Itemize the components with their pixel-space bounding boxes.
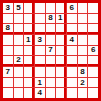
cell-r4c4-given-3[interactable]: 3 (35, 35, 45, 45)
cell-r4c5-empty[interactable] (46, 35, 56, 45)
cell-r1c8-empty[interactable] (78, 3, 88, 13)
cell-r4c6-empty[interactable] (56, 35, 66, 45)
cell-r5c1-empty[interactable] (3, 46, 13, 56)
cell-r9c7-empty[interactable] (67, 88, 77, 98)
cell-r9c8-empty[interactable] (78, 88, 88, 98)
cell-r4c3-given-1[interactable]: 1 (24, 35, 34, 45)
cell-r6c9-empty[interactable] (88, 56, 98, 66)
cell-r8c1-empty[interactable] (3, 78, 13, 88)
sudoku-board: 35681813476278124 (0, 0, 101, 101)
cell-r6c6-empty[interactable] (56, 56, 66, 66)
cell-r9c2-empty[interactable] (14, 88, 24, 98)
cell-r8c2-empty[interactable] (14, 78, 24, 88)
cell-r8c8-given-2[interactable]: 2 (78, 78, 88, 88)
cell-r7c5-empty[interactable] (46, 67, 56, 77)
cell-r2c8-empty[interactable] (78, 14, 88, 24)
cell-r7c1-given-7[interactable]: 7 (3, 67, 13, 77)
cell-r5c8-empty[interactable] (78, 46, 88, 56)
cell-r1c9-empty[interactable] (88, 3, 98, 13)
cell-r4c7-given-4[interactable]: 4 (67, 35, 77, 45)
cell-r3c4-empty[interactable] (35, 24, 45, 34)
cell-r4c1-empty[interactable] (3, 35, 13, 45)
cell-r5c3-empty[interactable] (24, 46, 34, 56)
cell-r6c8-empty[interactable] (78, 56, 88, 66)
cell-r5c4-empty[interactable] (35, 46, 45, 56)
cell-r3c5-empty[interactable] (46, 24, 56, 34)
cell-r9c5-empty[interactable] (46, 88, 56, 98)
cell-r1c4-empty[interactable] (35, 3, 45, 13)
cell-r4c9-empty[interactable] (88, 35, 98, 45)
cell-r2c1-empty[interactable] (3, 14, 13, 24)
cell-r2c4-empty[interactable] (35, 14, 45, 24)
cell-r5c6-empty[interactable] (56, 46, 66, 56)
cell-r8c5-empty[interactable] (46, 78, 56, 88)
cell-r5c9-given-6[interactable]: 6 (88, 46, 98, 56)
cell-r5c2-empty[interactable] (14, 46, 24, 56)
cell-r1c3-empty[interactable] (24, 3, 34, 13)
cell-r2c7-empty[interactable] (67, 14, 77, 24)
cell-r4c8-empty[interactable] (78, 35, 88, 45)
cell-r4c2-empty[interactable] (14, 35, 24, 45)
cell-r3c1-given-8[interactable]: 8 (3, 24, 13, 34)
cell-r2c6-given-1[interactable]: 1 (56, 14, 66, 24)
cell-r3c9-empty[interactable] (88, 24, 98, 34)
cell-r2c3-empty[interactable] (24, 14, 34, 24)
cell-r1c2-given-5[interactable]: 5 (14, 3, 24, 13)
cell-r6c4-empty[interactable] (35, 56, 45, 66)
cell-r9c1-empty[interactable] (3, 88, 13, 98)
cell-r6c7-empty[interactable] (67, 56, 77, 66)
cell-r9c9-empty[interactable] (88, 88, 98, 98)
cell-r2c9-empty[interactable] (88, 14, 98, 24)
cell-r3c2-empty[interactable] (14, 24, 24, 34)
cell-r3c6-empty[interactable] (56, 24, 66, 34)
cell-r5c7-empty[interactable] (67, 46, 77, 56)
cell-r7c8-given-8[interactable]: 8 (78, 67, 88, 77)
cell-r6c3-empty[interactable] (24, 56, 34, 66)
cell-r2c2-empty[interactable] (14, 14, 24, 24)
cell-r6c2-given-2[interactable]: 2 (14, 56, 24, 66)
cell-r9c4-given-4[interactable]: 4 (35, 88, 45, 98)
cell-r6c5-empty[interactable] (46, 56, 56, 66)
cell-r6c1-empty[interactable] (3, 56, 13, 66)
cell-r1c1-given-3[interactable]: 3 (3, 3, 13, 13)
cell-r5c5-given-7[interactable]: 7 (46, 46, 56, 56)
cell-r7c7-empty[interactable] (67, 67, 77, 77)
cell-r2c5-given-8[interactable]: 8 (46, 14, 56, 24)
cell-r9c6-empty[interactable] (56, 88, 66, 98)
cell-r9c3-empty[interactable] (24, 88, 34, 98)
cell-r7c2-empty[interactable] (14, 67, 24, 77)
cell-r8c9-empty[interactable] (88, 78, 98, 88)
cell-r3c8-empty[interactable] (78, 24, 88, 34)
cell-r1c5-empty[interactable] (46, 3, 56, 13)
cell-r8c3-empty[interactable] (24, 78, 34, 88)
cell-r8c6-empty[interactable] (56, 78, 66, 88)
cell-r3c7-empty[interactable] (67, 24, 77, 34)
cell-r3c3-empty[interactable] (24, 24, 34, 34)
cell-r7c3-empty[interactable] (24, 67, 34, 77)
cell-r8c4-given-1[interactable]: 1 (35, 78, 45, 88)
cell-r1c7-given-6[interactable]: 6 (67, 3, 77, 13)
cell-r7c9-empty[interactable] (88, 67, 98, 77)
cell-r8c7-empty[interactable] (67, 78, 77, 88)
cell-r1c6-empty[interactable] (56, 3, 66, 13)
cell-r7c6-empty[interactable] (56, 67, 66, 77)
cell-r7c4-empty[interactable] (35, 67, 45, 77)
